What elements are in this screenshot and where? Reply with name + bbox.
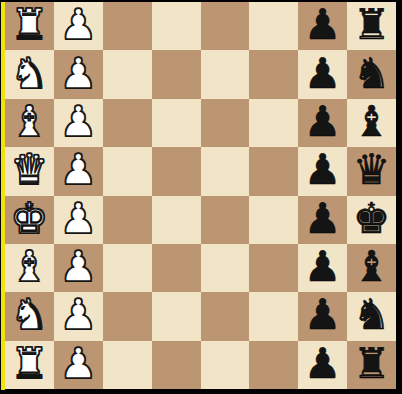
square-f2[interactable] (249, 292, 298, 340)
piece-black-pawn: ♟ (304, 149, 342, 191)
chess-board: ♜♟♟♜♞♟♟♞♝♟♟♝♛♟♟♛♚♟♟♚♝♟♟♝♞♟♟♞♜♟♟♜ (5, 2, 396, 389)
piece-white-pawn: ♟ (59, 198, 97, 240)
square-c6[interactable] (103, 99, 152, 147)
square-c4[interactable] (103, 196, 152, 244)
square-b1[interactable]: ♟ (54, 341, 103, 389)
square-h7[interactable]: ♞ (347, 50, 396, 98)
piece-black-rook: ♜ (353, 343, 391, 385)
square-f5[interactable] (249, 147, 298, 195)
piece-black-rook: ♜ (353, 4, 391, 46)
square-b7[interactable]: ♟ (54, 50, 103, 98)
piece-black-king: ♚ (353, 198, 391, 240)
square-f3[interactable] (249, 244, 298, 292)
square-g4[interactable]: ♟ (298, 196, 347, 244)
square-f6[interactable] (249, 99, 298, 147)
square-e7[interactable] (201, 50, 250, 98)
piece-white-pawn: ♟ (59, 246, 97, 288)
piece-black-pawn: ♟ (304, 294, 342, 336)
square-h1[interactable]: ♜ (347, 341, 396, 389)
piece-white-bishop: ♝ (11, 246, 49, 288)
piece-white-king: ♚ (11, 198, 49, 240)
piece-black-pawn: ♟ (304, 101, 342, 143)
square-a7[interactable]: ♞ (5, 50, 54, 98)
square-a1[interactable]: ♜ (5, 341, 54, 389)
piece-black-bishop: ♝ (353, 101, 391, 143)
piece-white-pawn: ♟ (59, 101, 97, 143)
chess-board-frame: ♜♟♟♜♞♟♟♞♝♟♟♝♛♟♟♛♚♟♟♚♝♟♟♝♞♟♟♞♜♟♟♜ (0, 0, 402, 394)
square-b2[interactable]: ♟ (54, 292, 103, 340)
piece-white-pawn: ♟ (59, 149, 97, 191)
square-e4[interactable] (201, 196, 250, 244)
square-g6[interactable]: ♟ (298, 99, 347, 147)
square-f8[interactable] (249, 2, 298, 50)
square-d8[interactable] (152, 2, 201, 50)
square-g2[interactable]: ♟ (298, 292, 347, 340)
square-b4[interactable]: ♟ (54, 196, 103, 244)
square-a3[interactable]: ♝ (5, 244, 54, 292)
square-f4[interactable] (249, 196, 298, 244)
piece-white-pawn: ♟ (59, 53, 97, 95)
square-c2[interactable] (103, 292, 152, 340)
square-e2[interactable] (201, 292, 250, 340)
square-e3[interactable] (201, 244, 250, 292)
piece-black-pawn: ♟ (304, 343, 342, 385)
square-h6[interactable]: ♝ (347, 99, 396, 147)
square-g1[interactable]: ♟ (298, 341, 347, 389)
piece-black-pawn: ♟ (304, 246, 342, 288)
square-h3[interactable]: ♝ (347, 244, 396, 292)
piece-black-queen: ♛ (353, 149, 391, 191)
piece-black-bishop: ♝ (353, 246, 391, 288)
square-e1[interactable] (201, 341, 250, 389)
square-c5[interactable] (103, 147, 152, 195)
square-a8[interactable]: ♜ (5, 2, 54, 50)
square-b3[interactable]: ♟ (54, 244, 103, 292)
square-d4[interactable] (152, 196, 201, 244)
square-h4[interactable]: ♚ (347, 196, 396, 244)
square-d1[interactable] (152, 341, 201, 389)
square-c3[interactable] (103, 244, 152, 292)
square-e8[interactable] (201, 2, 250, 50)
square-h5[interactable]: ♛ (347, 147, 396, 195)
square-c8[interactable] (103, 2, 152, 50)
square-d2[interactable] (152, 292, 201, 340)
square-e6[interactable] (201, 99, 250, 147)
piece-white-pawn: ♟ (59, 294, 97, 336)
piece-white-pawn: ♟ (59, 4, 97, 46)
square-d6[interactable] (152, 99, 201, 147)
square-h8[interactable]: ♜ (347, 2, 396, 50)
square-g7[interactable]: ♟ (298, 50, 347, 98)
piece-white-knight: ♞ (11, 53, 49, 95)
piece-black-pawn: ♟ (304, 198, 342, 240)
square-a2[interactable]: ♞ (5, 292, 54, 340)
piece-black-pawn: ♟ (304, 4, 342, 46)
square-d7[interactable] (152, 50, 201, 98)
square-b5[interactable]: ♟ (54, 147, 103, 195)
square-f7[interactable] (249, 50, 298, 98)
square-a4[interactable]: ♚ (5, 196, 54, 244)
piece-black-knight: ♞ (353, 294, 391, 336)
piece-white-rook: ♜ (11, 343, 49, 385)
piece-white-knight: ♞ (11, 294, 49, 336)
square-d3[interactable] (152, 244, 201, 292)
piece-white-rook: ♜ (11, 4, 49, 46)
square-g3[interactable]: ♟ (298, 244, 347, 292)
square-b8[interactable]: ♟ (54, 2, 103, 50)
square-g8[interactable]: ♟ (298, 2, 347, 50)
square-f1[interactable] (249, 341, 298, 389)
piece-white-pawn: ♟ (59, 343, 97, 385)
piece-black-pawn: ♟ (304, 53, 342, 95)
square-g5[interactable]: ♟ (298, 147, 347, 195)
square-b6[interactable]: ♟ (54, 99, 103, 147)
square-d5[interactable] (152, 147, 201, 195)
piece-white-queen: ♛ (11, 149, 49, 191)
piece-white-bishop: ♝ (11, 101, 49, 143)
square-c1[interactable] (103, 341, 152, 389)
square-e5[interactable] (201, 147, 250, 195)
square-a6[interactable]: ♝ (5, 99, 54, 147)
square-c7[interactable] (103, 50, 152, 98)
piece-black-knight: ♞ (353, 53, 391, 95)
square-a5[interactable]: ♛ (5, 147, 54, 195)
square-h2[interactable]: ♞ (347, 292, 396, 340)
